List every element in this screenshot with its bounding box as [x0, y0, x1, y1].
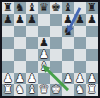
square-g5[interactable]	[74, 37, 86, 49]
square-f7[interactable]: ♟	[62, 14, 74, 26]
piece-white-bishop[interactable]: ♝	[38, 61, 50, 73]
square-h3[interactable]	[86, 61, 98, 73]
square-b4[interactable]	[14, 49, 26, 61]
square-f6[interactable]: ♞	[62, 26, 74, 38]
square-h8[interactable]: ♜	[86, 2, 98, 14]
square-b6[interactable]	[14, 26, 26, 38]
square-f5[interactable]	[62, 37, 74, 49]
square-f4[interactable]	[62, 49, 74, 61]
square-e4[interactable]	[50, 49, 62, 61]
piece-black-king[interactable]: ♚	[50, 2, 62, 14]
square-c1[interactable]: ♝	[26, 84, 38, 96]
piece-black-queen[interactable]: ♛	[38, 2, 50, 14]
square-e6[interactable]	[50, 26, 62, 38]
piece-white-king[interactable]: ♚	[50, 84, 62, 96]
piece-white-knight[interactable]: ♞	[74, 84, 86, 96]
square-d3[interactable]: ♝	[38, 61, 50, 73]
square-f3[interactable]	[62, 61, 74, 73]
piece-black-pawn[interactable]: ♟	[62, 14, 74, 26]
square-g6[interactable]	[74, 26, 86, 38]
square-e1[interactable]: ♚	[50, 84, 62, 96]
piece-white-queen[interactable]: ♛	[38, 84, 50, 96]
square-c8[interactable]: ♝	[26, 2, 38, 14]
square-f2[interactable]: ♟	[62, 73, 74, 85]
square-b5[interactable]	[14, 37, 26, 49]
piece-white-pawn[interactable]: ♟	[38, 49, 50, 61]
square-c7[interactable]: ♟	[26, 14, 38, 26]
piece-white-knight[interactable]: ♞	[14, 84, 26, 96]
square-d1[interactable]: ♛	[38, 84, 50, 96]
piece-black-pawn[interactable]: ♟	[86, 14, 98, 26]
square-c3[interactable]	[26, 61, 38, 73]
square-d7[interactable]	[38, 14, 50, 26]
piece-black-rook[interactable]: ♜	[86, 2, 98, 14]
square-h4[interactable]	[86, 49, 98, 61]
square-a7[interactable]: ♟	[2, 14, 14, 26]
square-g7[interactable]: ♟	[74, 14, 86, 26]
square-g4[interactable]	[74, 49, 86, 61]
square-c4[interactable]	[26, 49, 38, 61]
square-b7[interactable]: ♟	[14, 14, 26, 26]
square-f1[interactable]	[62, 84, 74, 96]
square-d8[interactable]: ♛	[38, 2, 50, 14]
piece-black-bishop[interactable]: ♝	[62, 2, 74, 14]
piece-white-rook[interactable]: ♜	[2, 84, 14, 96]
square-b3[interactable]	[14, 61, 26, 73]
piece-black-pawn[interactable]: ♟	[74, 14, 86, 26]
piece-black-knight[interactable]: ♞	[14, 2, 26, 14]
square-h6[interactable]	[86, 26, 98, 38]
piece-black-bishop[interactable]: ♝	[26, 2, 38, 14]
square-g1[interactable]: ♞	[74, 84, 86, 96]
square-g8[interactable]	[74, 2, 86, 14]
piece-black-pawn[interactable]: ♟	[2, 14, 14, 26]
piece-white-pawn[interactable]: ♟	[62, 73, 74, 85]
square-h7[interactable]: ♟	[86, 14, 98, 26]
square-d4[interactable]: ♟	[38, 49, 50, 61]
square-a4[interactable]	[2, 49, 14, 61]
square-a5[interactable]	[2, 37, 14, 49]
piece-black-rook[interactable]: ♜	[2, 2, 14, 14]
square-b1[interactable]: ♞	[14, 84, 26, 96]
square-e7[interactable]	[50, 14, 62, 26]
piece-white-bishop[interactable]: ♝	[26, 84, 38, 96]
square-c5[interactable]	[26, 37, 38, 49]
square-g3[interactable]	[74, 61, 86, 73]
piece-black-pawn[interactable]: ♟	[14, 14, 26, 26]
square-a3[interactable]	[2, 61, 14, 73]
square-b8[interactable]: ♞	[14, 2, 26, 14]
chess-board[interactable]: ♜♞♝♛♚♝♜♟♟♟♟♟♟♞♟♟♝♟♟♟♟♟♟♜♞♝♛♚♞♜	[2, 2, 98, 96]
square-f8[interactable]: ♝	[62, 2, 74, 14]
piece-black-knight[interactable]: ♞	[62, 26, 74, 38]
square-a8[interactable]: ♜	[2, 2, 14, 14]
square-e5[interactable]	[50, 37, 62, 49]
square-a1[interactable]: ♜	[2, 84, 14, 96]
piece-black-pawn[interactable]: ♟	[26, 14, 38, 26]
square-e8[interactable]: ♚	[50, 2, 62, 14]
chess-app-window: ♜♞♝♛♚♝♜♟♟♟♟♟♟♞♟♟♝♟♟♟♟♟♟♜♞♝♛♚♞♜	[0, 0, 100, 98]
square-e3[interactable]	[50, 61, 62, 73]
square-h1[interactable]: ♜	[86, 84, 98, 96]
square-h5[interactable]	[86, 37, 98, 49]
square-a6[interactable]	[2, 26, 14, 38]
square-c6[interactable]	[26, 26, 38, 38]
piece-white-rook[interactable]: ♜	[86, 84, 98, 96]
